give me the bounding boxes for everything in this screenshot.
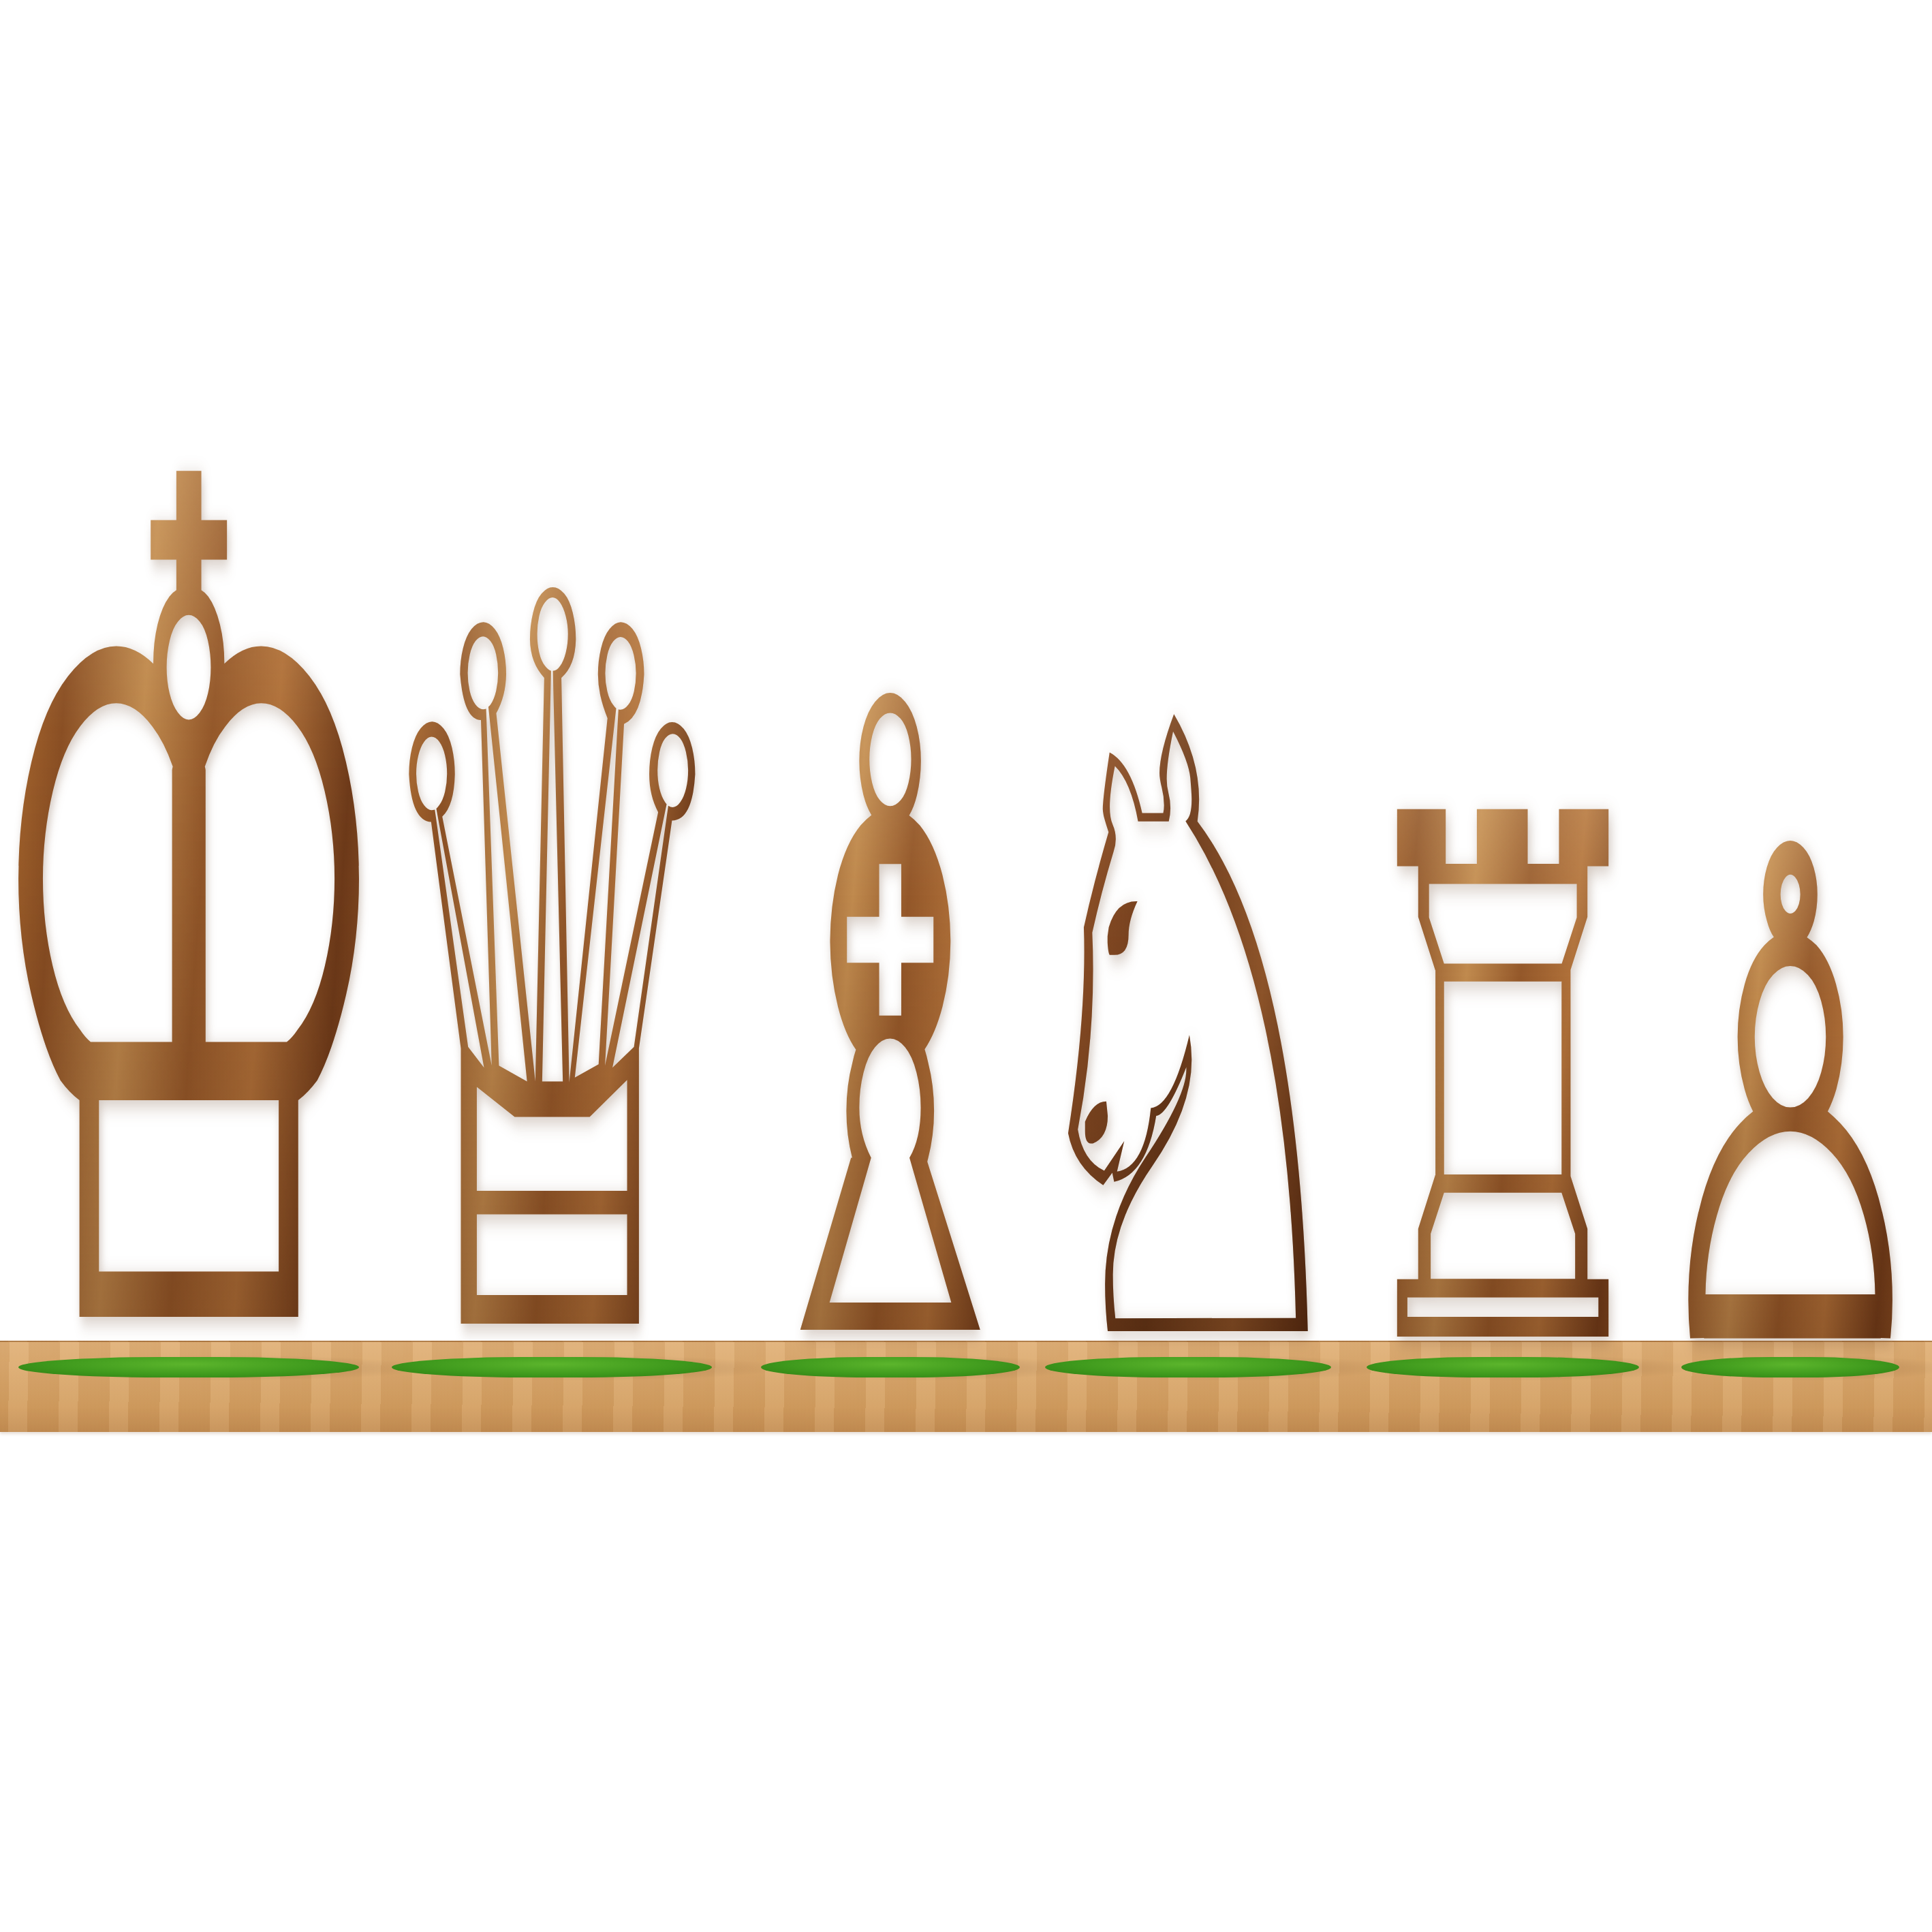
queen-glyph: ♕	[362, 582, 741, 1368]
knight-glyph: ♘	[999, 709, 1377, 1368]
pawn-glyph: ♙	[1638, 837, 1932, 1368]
king-glyph: ♔	[0, 465, 407, 1368]
chess-pieces-product-photo: ♔ ♕ ♗ ♘ ♖ ♙	[0, 0, 1932, 1932]
rook-glyph: ♖	[1335, 805, 1671, 1368]
